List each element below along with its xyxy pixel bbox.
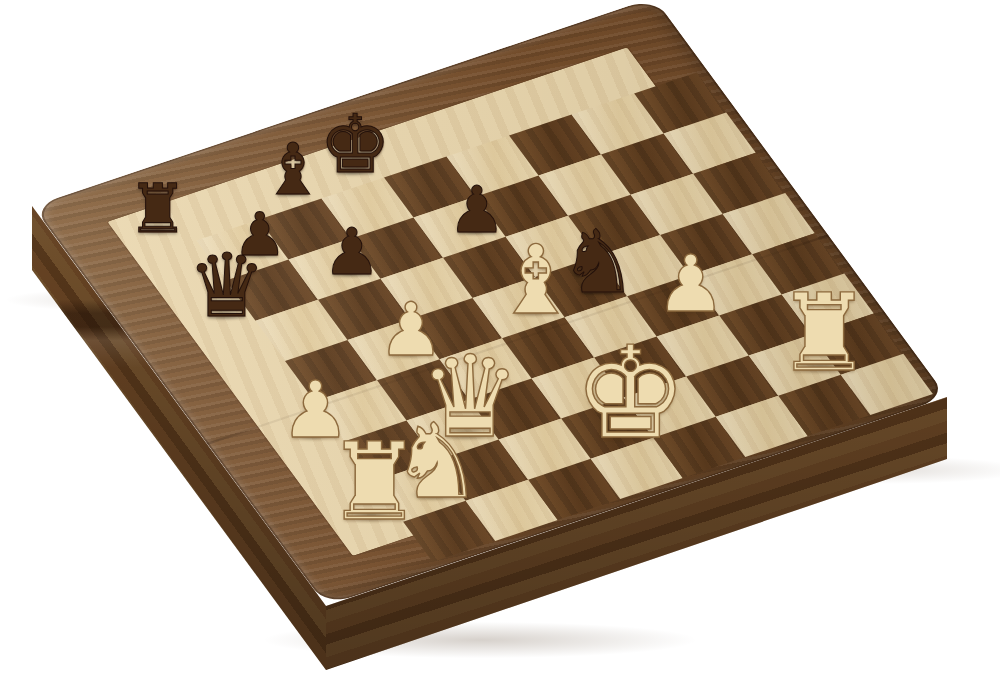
piece-black-rook-a8[interactable]: ♜ — [127, 175, 188, 243]
piece-black-king-d8[interactable]: ♚ — [319, 106, 391, 186]
piece-black-pawn-c6[interactable]: ♟ — [323, 220, 381, 284]
piece-white-bishop-e4[interactable]: ♝ — [493, 233, 578, 328]
product-photo-scene: ♚♝♜♟♟♟♞♟♝♛♟♜♛♚♟♞♜ — [0, 0, 1000, 681]
piece-white-rook-a1[interactable]: ♜ — [326, 428, 422, 535]
piece-white-king-e1[interactable]: ♚ — [573, 329, 687, 456]
pieces-layer: ♚♝♜♟♟♟♞♟♝♛♟♜♛♚♟♞♜ — [0, 0, 1000, 681]
piece-black-queen-a6[interactable]: ♛ — [187, 243, 266, 331]
piece-black-bishop-c8[interactable]: ♝ — [261, 134, 325, 205]
piece-white-rook-h1[interactable]: ♜ — [776, 279, 872, 386]
piece-white-pawn-g3[interactable]: ♟ — [655, 245, 725, 323]
